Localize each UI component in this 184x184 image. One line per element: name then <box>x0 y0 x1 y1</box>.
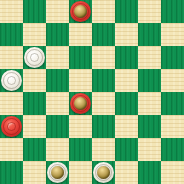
square-c1[interactable] <box>46 161 69 184</box>
square-e3[interactable] <box>92 115 115 138</box>
square-f2[interactable] <box>115 138 138 161</box>
square-d5 <box>69 69 92 92</box>
square-c4 <box>46 92 69 115</box>
square-b5 <box>23 69 46 92</box>
square-d6[interactable] <box>69 46 92 69</box>
square-e5[interactable] <box>92 69 115 92</box>
square-f4[interactable] <box>115 92 138 115</box>
square-h1 <box>161 161 184 184</box>
square-d8[interactable] <box>69 0 92 23</box>
square-g6 <box>138 46 161 69</box>
square-a4 <box>0 92 23 115</box>
square-c2 <box>46 138 69 161</box>
square-f7 <box>115 23 138 46</box>
square-a1[interactable] <box>0 161 23 184</box>
square-d2[interactable] <box>69 138 92 161</box>
square-b3 <box>23 115 46 138</box>
square-b2[interactable] <box>23 138 46 161</box>
square-h8[interactable] <box>161 0 184 23</box>
square-b8[interactable] <box>23 0 46 23</box>
square-d3 <box>69 115 92 138</box>
white-king-piece[interactable] <box>93 162 114 183</box>
square-g3[interactable] <box>138 115 161 138</box>
red-man-piece[interactable] <box>1 116 22 137</box>
square-f1 <box>115 161 138 184</box>
checkers-board <box>0 0 184 184</box>
square-b6[interactable] <box>23 46 46 69</box>
square-g5[interactable] <box>138 69 161 92</box>
square-g1[interactable] <box>138 161 161 184</box>
square-e6 <box>92 46 115 69</box>
square-a8 <box>0 0 23 23</box>
king-crown-icon <box>97 166 110 179</box>
king-crown-icon <box>74 5 87 18</box>
square-b1 <box>23 161 46 184</box>
square-h2[interactable] <box>161 138 184 161</box>
square-a7[interactable] <box>0 23 23 46</box>
square-g8 <box>138 0 161 23</box>
white-king-piece[interactable] <box>47 162 68 183</box>
square-g7[interactable] <box>138 23 161 46</box>
square-d1 <box>69 161 92 184</box>
king-crown-icon <box>74 97 87 110</box>
square-c8 <box>46 0 69 23</box>
square-a2 <box>0 138 23 161</box>
square-c7[interactable] <box>46 23 69 46</box>
square-d4[interactable] <box>69 92 92 115</box>
square-e2 <box>92 138 115 161</box>
square-g4 <box>138 92 161 115</box>
square-d7 <box>69 23 92 46</box>
square-f6[interactable] <box>115 46 138 69</box>
square-e8 <box>92 0 115 23</box>
white-man-piece[interactable] <box>24 47 45 68</box>
white-man-piece[interactable] <box>1 70 22 91</box>
square-f8[interactable] <box>115 0 138 23</box>
square-h5 <box>161 69 184 92</box>
square-a6 <box>0 46 23 69</box>
square-b4[interactable] <box>23 92 46 115</box>
square-c3[interactable] <box>46 115 69 138</box>
square-a5[interactable] <box>0 69 23 92</box>
square-h3 <box>161 115 184 138</box>
square-b7 <box>23 23 46 46</box>
king-crown-icon <box>51 166 64 179</box>
red-king-piece[interactable] <box>70 1 91 22</box>
square-e4 <box>92 92 115 115</box>
square-a3[interactable] <box>0 115 23 138</box>
square-c6 <box>46 46 69 69</box>
square-f5 <box>115 69 138 92</box>
square-e1[interactable] <box>92 161 115 184</box>
red-king-piece[interactable] <box>70 93 91 114</box>
square-g2 <box>138 138 161 161</box>
square-h7 <box>161 23 184 46</box>
square-h4[interactable] <box>161 92 184 115</box>
square-e7[interactable] <box>92 23 115 46</box>
square-h6[interactable] <box>161 46 184 69</box>
square-f3 <box>115 115 138 138</box>
square-c5[interactable] <box>46 69 69 92</box>
